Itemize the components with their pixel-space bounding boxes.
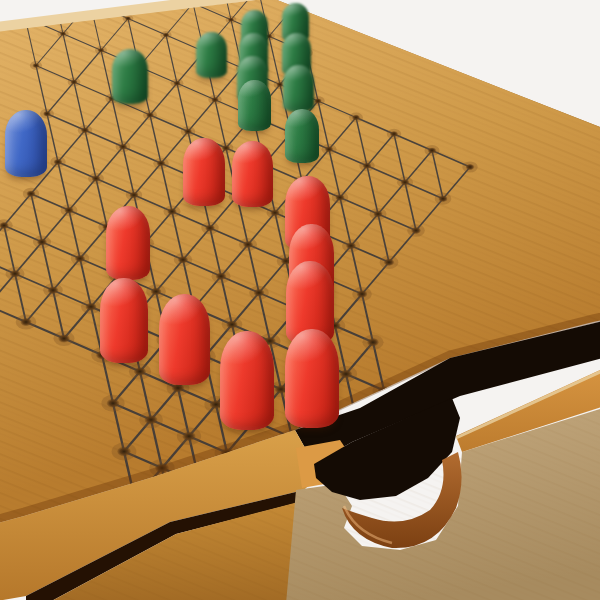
peg-red[interactable] xyxy=(220,331,274,430)
peg-green[interactable] xyxy=(285,109,319,163)
peg-red[interactable] xyxy=(106,206,150,280)
peg-blue[interactable] xyxy=(5,110,47,177)
peg-green[interactable] xyxy=(283,65,314,112)
peg-red[interactable] xyxy=(183,138,225,206)
peg-green[interactable] xyxy=(112,49,148,104)
peg-green[interactable] xyxy=(238,80,271,131)
chinese-checkers-photo xyxy=(0,0,600,600)
peg-red[interactable] xyxy=(100,278,148,363)
peg-red[interactable] xyxy=(159,294,210,385)
peg-red[interactable] xyxy=(285,329,339,428)
pegs-layer xyxy=(0,0,600,600)
peg-green[interactable] xyxy=(196,32,227,78)
peg-red[interactable] xyxy=(232,141,273,207)
